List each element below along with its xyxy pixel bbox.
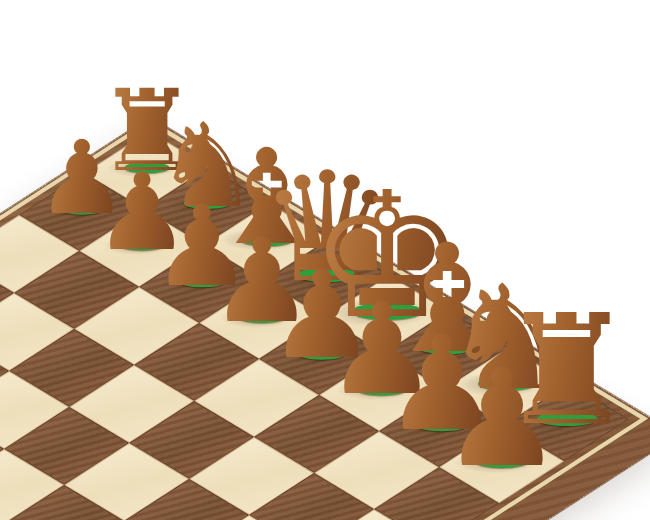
pawn-glyph: ♟	[441, 351, 563, 487]
chess-set-photo: ♜♞♝♛♚♝♞♜♟♟♟♟♟♟♟♟	[0, 0, 650, 520]
